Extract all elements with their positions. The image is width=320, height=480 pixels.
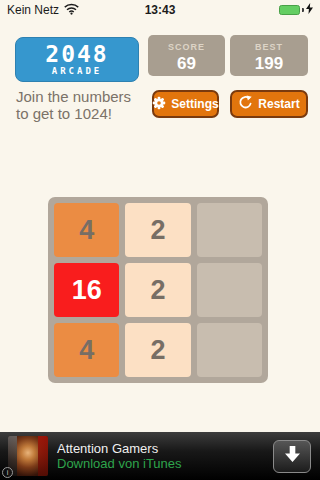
refresh-icon bbox=[238, 95, 253, 113]
empty-cell bbox=[197, 323, 262, 377]
tile-16: 16 bbox=[54, 263, 119, 317]
empty-cell bbox=[197, 203, 262, 257]
score-box: SCORE 69 bbox=[148, 35, 225, 76]
tile-2: 2 bbox=[125, 263, 190, 317]
restart-button[interactable]: Restart bbox=[230, 90, 308, 118]
restart-label: Restart bbox=[258, 97, 299, 111]
warrior-thumbnail bbox=[8, 436, 48, 476]
settings-label: Settings bbox=[171, 97, 218, 111]
ad-subtitle: Download von iTunes bbox=[57, 456, 182, 471]
charging-bolt-icon bbox=[306, 3, 313, 17]
game-board[interactable]: 4216242 bbox=[48, 197, 268, 383]
status-bar: Kein Netz 13:43 bbox=[0, 0, 320, 20]
ad-info-icon[interactable]: i bbox=[2, 467, 13, 478]
ad-title: Attention Gamers bbox=[57, 441, 182, 456]
best-value: 199 bbox=[230, 54, 308, 74]
tagline-line2: to get to 1024! bbox=[16, 105, 131, 122]
ad-text: Attention Gamers Download von iTunes bbox=[57, 441, 182, 471]
tile-4: 4 bbox=[54, 323, 119, 377]
ad-download-button[interactable] bbox=[273, 440, 311, 473]
score-value: 69 bbox=[148, 54, 225, 74]
tile-2: 2 bbox=[125, 203, 190, 257]
score-label: SCORE bbox=[148, 42, 225, 52]
wifi-icon bbox=[64, 3, 79, 18]
empty-cell bbox=[197, 263, 262, 317]
battery-tip bbox=[302, 8, 304, 12]
tagline-line1: Join the numbers bbox=[16, 88, 131, 105]
carrier-label: Kein Netz bbox=[7, 3, 59, 17]
gear-icon bbox=[152, 96, 166, 113]
best-label: BEST bbox=[230, 42, 308, 52]
ad-banner[interactable]: Attention Gamers Download von iTunes i bbox=[0, 432, 320, 480]
app-screen: Kein Netz 13:43 2048 ARCADE bbox=[0, 0, 320, 480]
carrier-group: Kein Netz bbox=[7, 3, 79, 18]
tagline: Join the numbers to get to 1024! bbox=[16, 88, 131, 122]
download-arrow-icon bbox=[285, 446, 300, 467]
logo-title: 2048 bbox=[45, 44, 108, 65]
battery-icon bbox=[279, 5, 300, 15]
best-box: BEST 199 bbox=[230, 35, 308, 76]
tile-4: 4 bbox=[54, 203, 119, 257]
logo-subtitle: ARCADE bbox=[52, 66, 103, 76]
battery-group bbox=[279, 3, 313, 17]
settings-button[interactable]: Settings bbox=[152, 90, 219, 118]
tile-2: 2 bbox=[125, 323, 190, 377]
game-logo: 2048 ARCADE bbox=[15, 37, 139, 82]
